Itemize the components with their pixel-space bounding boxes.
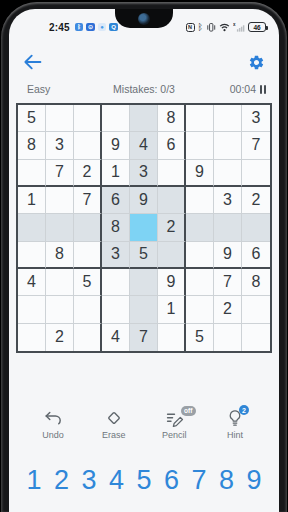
sudoku-cell-r8c1[interactable] xyxy=(18,296,46,323)
pencil-button[interactable]: off Pencil xyxy=(152,405,196,451)
sudoku-cell-r2c4[interactable]: 9 xyxy=(102,132,130,159)
sudoku-cell-r5c3[interactable] xyxy=(74,214,102,241)
sudoku-cell-r7c9[interactable]: 8 xyxy=(242,269,270,296)
sudoku-cell-r9c8[interactable] xyxy=(214,324,242,351)
sudoku-cell-r9c4[interactable]: 4 xyxy=(102,324,130,351)
lightbulb-icon: 2 xyxy=(227,409,243,427)
sudoku-cell-r8c5[interactable] xyxy=(130,296,158,323)
numpad-6[interactable]: 6 xyxy=(160,467,184,494)
undo-button[interactable]: Undo xyxy=(31,405,75,451)
numpad-3[interactable]: 3 xyxy=(77,467,101,494)
vibrate-icon xyxy=(206,22,216,33)
sudoku-cell-r8c6[interactable]: 1 xyxy=(158,296,186,323)
sudoku-cell-r7c2[interactable] xyxy=(46,269,74,296)
bluetooth-icon: ᛒ xyxy=(198,23,203,32)
sudoku-cell-r2c3[interactable] xyxy=(74,132,102,159)
numpad-7[interactable]: 7 xyxy=(187,467,211,494)
sudoku-cell-r9c1[interactable] xyxy=(18,324,46,351)
sudoku-cell-r7c3[interactable]: 5 xyxy=(74,269,102,296)
numpad-4[interactable]: 4 xyxy=(105,467,129,494)
sudoku-cell-r3c9[interactable] xyxy=(242,160,270,187)
sudoku-cell-r1c9[interactable]: 3 xyxy=(242,105,270,132)
nfc-icon: N xyxy=(186,23,195,32)
battery-icon: 46 xyxy=(248,22,266,32)
svg-text:x: x xyxy=(233,22,236,27)
erase-label: Erase xyxy=(102,430,126,440)
numpad-5[interactable]: 5 xyxy=(132,467,156,494)
sudoku-cell-r1c8[interactable] xyxy=(214,105,242,132)
status-left: 2:45 ᛒ ⊙ ● Q xyxy=(49,22,118,33)
screen: 2:45 ᛒ ⊙ ● Q N ᛒ xyxy=(9,9,279,512)
sudoku-cell-r6c3[interactable] xyxy=(74,242,102,269)
sudoku-cell-r4c6[interactable] xyxy=(158,187,186,214)
sudoku-cell-r6c7[interactable] xyxy=(186,242,214,269)
sudoku-cell-r3c7[interactable]: 9 xyxy=(186,160,214,187)
sudoku-cell-r7c8[interactable]: 7 xyxy=(214,269,242,296)
notification-icon-1: ᛒ xyxy=(75,23,84,32)
sudoku-cell-r2c1[interactable]: 8 xyxy=(18,132,46,159)
eraser-icon xyxy=(105,409,123,427)
sudoku-cell-r7c5[interactable] xyxy=(130,269,158,296)
sudoku-cell-r3c3[interactable]: 2 xyxy=(74,160,102,187)
sudoku-cell-r5c7[interactable] xyxy=(186,214,214,241)
pencil-icon: off xyxy=(165,409,184,427)
undo-label: Undo xyxy=(42,430,64,440)
sudoku-cell-r5c9[interactable] xyxy=(242,214,270,241)
sudoku-cell-r4c1[interactable]: 1 xyxy=(18,187,46,214)
sudoku-cell-r5c8[interactable] xyxy=(214,214,242,241)
sudoku-cell-r6c8[interactable]: 9 xyxy=(214,242,242,269)
sudoku-cell-r3c6[interactable] xyxy=(158,160,186,187)
sudoku-cell-r6c4[interactable]: 3 xyxy=(102,242,130,269)
sudoku-cell-r3c8[interactable] xyxy=(214,160,242,187)
pencil-off-badge: off xyxy=(181,406,196,416)
sudoku-cell-r9c7[interactable]: 5 xyxy=(186,324,214,351)
sudoku-cell-r2c5[interactable]: 4 xyxy=(130,132,158,159)
sudoku-cell-r3c1[interactable] xyxy=(18,160,46,187)
sudoku-cell-r8c9[interactable] xyxy=(242,296,270,323)
numpad-2[interactable]: 2 xyxy=(50,467,74,494)
status-right: N ᛒ x xyxy=(186,22,266,33)
hint-count-badge: 2 xyxy=(239,405,249,415)
sudoku-cell-r4c7[interactable] xyxy=(186,187,214,214)
notification-icon-2: ⊙ xyxy=(86,23,95,32)
sudoku-cell-r1c5[interactable] xyxy=(130,105,158,132)
sudoku-cell-r9c3[interactable] xyxy=(74,324,102,351)
sudoku-cell-r4c9[interactable]: 2 xyxy=(242,187,270,214)
sudoku-cell-r7c6[interactable]: 9 xyxy=(158,269,186,296)
toolbar: Undo Erase o xyxy=(9,405,279,451)
battery-percent: 46 xyxy=(253,24,260,31)
sudoku-cell-r1c4[interactable] xyxy=(102,105,130,132)
sudoku-cell-r2c6[interactable]: 6 xyxy=(158,132,186,159)
pencil-label: Pencil xyxy=(162,430,187,440)
numpad-9[interactable]: 9 xyxy=(242,467,266,494)
sudoku-cell-r5c1[interactable] xyxy=(18,214,46,241)
number-pad: 123456789 xyxy=(9,455,279,505)
gear-icon[interactable] xyxy=(248,54,265,71)
sudoku-board: 58383946772139176932828359645978122475 xyxy=(16,103,272,353)
sudoku-cell-r3c5[interactable]: 3 xyxy=(130,160,158,187)
sudoku-cell-r4c4[interactable]: 6 xyxy=(102,187,130,214)
hint-label: Hint xyxy=(227,430,243,440)
sudoku-cell-r6c1[interactable] xyxy=(18,242,46,269)
sudoku-cell-r5c4[interactable]: 8 xyxy=(102,214,130,241)
sudoku-cell-r6c2[interactable]: 8 xyxy=(46,242,74,269)
sudoku-cell-r9c5[interactable]: 7 xyxy=(130,324,158,351)
sudoku-cell-r2c8[interactable] xyxy=(214,132,242,159)
erase-button[interactable]: Erase xyxy=(92,405,136,451)
phone-frame: 2:45 ᛒ ⊙ ● Q N ᛒ xyxy=(1,2,287,512)
back-arrow-icon[interactable] xyxy=(23,54,42,70)
notification-icon-3: ● xyxy=(98,23,107,32)
sudoku-cell-r8c7[interactable] xyxy=(186,296,214,323)
numpad-1[interactable]: 1 xyxy=(22,467,46,494)
sudoku-cell-r5c5[interactable] xyxy=(130,214,158,241)
sudoku-cell-r6c5[interactable]: 5 xyxy=(130,242,158,269)
sudoku-cell-r7c4[interactable] xyxy=(102,269,130,296)
sudoku-cell-r3c2[interactable]: 7 xyxy=(46,160,74,187)
sudoku-cell-r4c5[interactable]: 9 xyxy=(130,187,158,214)
notification-icon-4: Q xyxy=(109,23,118,32)
info-row: Easy Mistakes: 0/3 00:04 xyxy=(9,83,279,97)
sudoku-cell-r9c9[interactable] xyxy=(242,324,270,351)
timer: 00:04 xyxy=(230,83,256,95)
sudoku-cell-r1c2[interactable] xyxy=(46,105,74,132)
sudoku-cell-r8c3[interactable] xyxy=(74,296,102,323)
signal-x-icon: x xyxy=(233,22,245,32)
sudoku-cell-r9c2[interactable]: 2 xyxy=(46,324,74,351)
sudoku-cell-r6c6[interactable] xyxy=(158,242,186,269)
sudoku-cell-r1c6[interactable]: 8 xyxy=(158,105,186,132)
phone-mockup: 2:45 ᛒ ⊙ ● Q N ᛒ xyxy=(0,0,288,512)
sudoku-cell-r7c1[interactable]: 4 xyxy=(18,269,46,296)
sudoku-cell-r5c6[interactable]: 2 xyxy=(158,214,186,241)
nav-row xyxy=(21,54,267,74)
undo-arrow-icon xyxy=(43,409,63,427)
sudoku-cell-r5c2[interactable] xyxy=(46,214,74,241)
clock-time: 2:45 xyxy=(49,22,70,33)
status-bar: 2:45 ᛒ ⊙ ● Q N ᛒ xyxy=(9,20,279,34)
sudoku-cell-r1c1[interactable]: 5 xyxy=(18,105,46,132)
sudoku-cell-r8c4[interactable] xyxy=(102,296,130,323)
numpad-8[interactable]: 8 xyxy=(215,467,239,494)
sudoku-cell-r4c2[interactable] xyxy=(46,187,74,214)
wifi-icon xyxy=(219,22,230,32)
sudoku-cell-r6c9[interactable]: 6 xyxy=(242,242,270,269)
sudoku-cell-r2c7[interactable] xyxy=(186,132,214,159)
sudoku-cell-r2c9[interactable]: 7 xyxy=(242,132,270,159)
pause-button[interactable] xyxy=(260,84,266,94)
sudoku-cell-r4c8[interactable]: 3 xyxy=(214,187,242,214)
sudoku-cell-r8c2[interactable] xyxy=(46,296,74,323)
sudoku-cell-r3c4[interactable]: 1 xyxy=(102,160,130,187)
sudoku-cell-r2c2[interactable]: 3 xyxy=(46,132,74,159)
hint-button[interactable]: 2 Hint xyxy=(213,405,257,451)
sudoku-cell-r1c3[interactable] xyxy=(74,105,102,132)
sudoku-cell-r8c8[interactable]: 2 xyxy=(214,296,242,323)
sudoku-cell-r9c6[interactable] xyxy=(158,324,186,351)
sudoku-cell-r4c3[interactable]: 7 xyxy=(74,187,102,214)
sudoku-cell-r7c7[interactable] xyxy=(186,269,214,296)
sudoku-cell-r1c7[interactable] xyxy=(186,105,214,132)
